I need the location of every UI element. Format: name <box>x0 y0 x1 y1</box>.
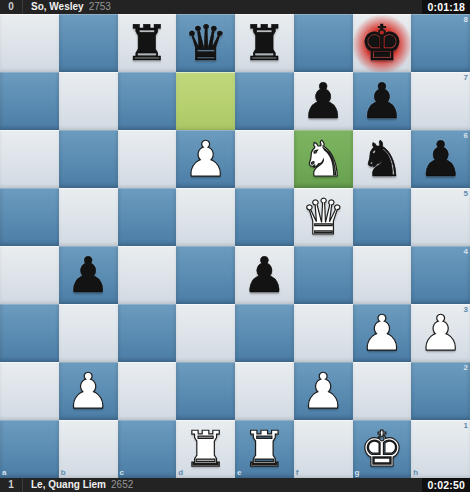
square-e8[interactable]: ♜ <box>235 14 294 72</box>
square-g1[interactable]: ♚g <box>353 420 412 478</box>
square-c1[interactable]: c <box>118 420 177 478</box>
square-f4[interactable] <box>294 246 353 304</box>
square-f2[interactable]: ♟ <box>294 362 353 420</box>
square-g6[interactable]: ♞ <box>353 130 412 188</box>
piece-bP-h6[interactable]: ♟ <box>411 130 470 188</box>
square-c7[interactable] <box>118 72 177 130</box>
piece-bP-g7[interactable]: ♟ <box>353 72 412 130</box>
square-e7[interactable] <box>235 72 294 130</box>
square-h3[interactable]: ♟3 <box>411 304 470 362</box>
piece-wP-d6[interactable]: ♟ <box>176 130 235 188</box>
file-label-f: f <box>296 468 299 477</box>
rank-label-7: 7 <box>464 73 468 82</box>
square-h4[interactable]: 4 <box>411 246 470 304</box>
square-f3[interactable] <box>294 304 353 362</box>
rank-label-8: 8 <box>464 15 468 24</box>
square-c3[interactable] <box>118 304 177 362</box>
piece-wP-b2[interactable]: ♟ <box>59 362 118 420</box>
square-b6[interactable] <box>59 130 118 188</box>
piece-wQ-f5[interactable]: ♛ <box>294 188 353 246</box>
square-c5[interactable] <box>118 188 177 246</box>
square-h5[interactable]: 5 <box>411 188 470 246</box>
square-b5[interactable] <box>59 188 118 246</box>
piece-bR-c8[interactable]: ♜ <box>118 14 177 72</box>
square-h1[interactable]: 1h <box>411 420 470 478</box>
piece-bP-e4[interactable]: ♟ <box>235 246 294 304</box>
piece-wP-h3[interactable]: ♟ <box>411 304 470 362</box>
square-d3[interactable] <box>176 304 235 362</box>
square-h7[interactable]: 7 <box>411 72 470 130</box>
piece-bP-f7[interactable]: ♟ <box>294 72 353 130</box>
square-h8[interactable]: 8 <box>411 14 470 72</box>
square-g4[interactable] <box>353 246 412 304</box>
piece-wN-f6[interactable]: ♞ <box>294 130 353 188</box>
square-d4[interactable] <box>176 246 235 304</box>
square-h6[interactable]: ♟6 <box>411 130 470 188</box>
piece-wR-d1[interactable]: ♜ <box>176 420 235 478</box>
square-b3[interactable] <box>59 304 118 362</box>
piece-bP-b4[interactable]: ♟ <box>59 246 118 304</box>
piece-wP-f2[interactable]: ♟ <box>294 362 353 420</box>
file-label-h: h <box>413 468 418 477</box>
square-a1[interactable]: a <box>0 420 59 478</box>
piece-bK-g8[interactable]: ♚ <box>353 14 412 72</box>
square-c2[interactable] <box>118 362 177 420</box>
square-e1[interactable]: ♜e <box>235 420 294 478</box>
square-g8[interactable]: ♚ <box>353 14 412 72</box>
square-f8[interactable] <box>294 14 353 72</box>
square-f7[interactable]: ♟ <box>294 72 353 130</box>
top-player-score: 0 <box>0 0 23 14</box>
square-d7[interactable] <box>176 72 235 130</box>
square-c4[interactable] <box>118 246 177 304</box>
square-b1[interactable]: b <box>59 420 118 478</box>
piece-wK-g1[interactable]: ♚ <box>353 420 412 478</box>
bottom-player-bar: 1 Le, Quang Liem 2652 0:02:50 <box>0 478 470 492</box>
square-h2[interactable]: 2 <box>411 362 470 420</box>
bottom-player-score: 1 <box>0 478 23 492</box>
square-g2[interactable] <box>353 362 412 420</box>
chess-app: 0 So, Wesley 2753 0:01:18 ♜♛♜♚8♟♟7♟♞♞♟6♛… <box>0 0 470 492</box>
square-d6[interactable]: ♟ <box>176 130 235 188</box>
piece-bN-g6[interactable]: ♞ <box>353 130 412 188</box>
file-label-b: b <box>61 468 66 477</box>
rank-label-4: 4 <box>464 247 468 256</box>
square-d1[interactable]: ♜d <box>176 420 235 478</box>
square-a5[interactable] <box>0 188 59 246</box>
square-a8[interactable] <box>0 14 59 72</box>
square-g3[interactable]: ♟ <box>353 304 412 362</box>
top-player-name: So, Wesley <box>31 0 84 14</box>
piece-bQ-d8[interactable]: ♛ <box>176 14 235 72</box>
file-label-a: a <box>2 468 6 477</box>
square-f1[interactable]: f <box>294 420 353 478</box>
square-b2[interactable]: ♟ <box>59 362 118 420</box>
piece-wP-g3[interactable]: ♟ <box>353 304 412 362</box>
square-d5[interactable] <box>176 188 235 246</box>
rank-label-5: 5 <box>464 189 468 198</box>
square-a4[interactable] <box>0 246 59 304</box>
square-e6[interactable] <box>235 130 294 188</box>
top-player-rating: 2753 <box>89 0 111 14</box>
square-f6[interactable]: ♞ <box>294 130 353 188</box>
square-a2[interactable] <box>0 362 59 420</box>
square-g5[interactable] <box>353 188 412 246</box>
square-b4[interactable]: ♟ <box>59 246 118 304</box>
square-a6[interactable] <box>0 130 59 188</box>
square-b8[interactable] <box>59 14 118 72</box>
square-e2[interactable] <box>235 362 294 420</box>
square-e4[interactable]: ♟ <box>235 246 294 304</box>
square-d8[interactable]: ♛ <box>176 14 235 72</box>
square-c6[interactable] <box>118 130 177 188</box>
bottom-player-name: Le, Quang Liem <box>31 478 106 492</box>
rank-label-1: 1 <box>464 421 468 430</box>
bottom-player-clock: 0:02:50 <box>422 478 470 492</box>
chess-board[interactable]: ♜♛♜♚8♟♟7♟♞♞♟6♛5♟♟4♟♟3♟♟2abc♜d♜ef♚g1h <box>0 14 470 478</box>
square-a3[interactable] <box>0 304 59 362</box>
square-d2[interactable] <box>176 362 235 420</box>
top-player-bar: 0 So, Wesley 2753 0:01:18 <box>0 0 470 14</box>
square-g7[interactable]: ♟ <box>353 72 412 130</box>
piece-bR-e8[interactable]: ♜ <box>235 14 294 72</box>
rank-label-2: 2 <box>464 363 468 372</box>
square-a7[interactable] <box>0 72 59 130</box>
bottom-player-rating: 2652 <box>111 478 133 492</box>
square-e3[interactable] <box>235 304 294 362</box>
square-f5[interactable]: ♛ <box>294 188 353 246</box>
piece-wR-e1[interactable]: ♜ <box>235 420 294 478</box>
top-player-clock: 0:01:18 <box>422 0 470 14</box>
file-label-c: c <box>120 468 124 477</box>
square-e5[interactable] <box>235 188 294 246</box>
square-b7[interactable] <box>59 72 118 130</box>
square-c8[interactable]: ♜ <box>118 14 177 72</box>
